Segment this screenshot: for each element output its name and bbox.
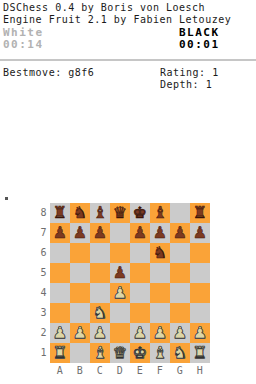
piece-white-pawn: ♟ <box>113 283 127 303</box>
piece-white-knight: ♞ <box>173 343 187 363</box>
square-b8[interactable]: ♞ <box>70 203 90 223</box>
square-g8[interactable] <box>170 203 190 223</box>
square-a4[interactable] <box>50 283 70 303</box>
rating-label: Rating: <box>160 67 206 78</box>
square-a1[interactable]: ♜ <box>50 343 70 363</box>
square-d4[interactable]: ♟ <box>110 283 130 303</box>
piece-white-pawn: ♟ <box>73 323 87 343</box>
piece-black-queen: ♛ <box>113 203 127 223</box>
square-h2[interactable]: ♟ <box>190 323 210 343</box>
square-b2[interactable]: ♟ <box>70 323 90 343</box>
square-g6[interactable] <box>170 243 190 263</box>
square-c5[interactable] <box>90 263 110 283</box>
square-c7[interactable]: ♟ <box>90 223 110 243</box>
square-e5[interactable] <box>130 263 150 283</box>
square-g1[interactable]: ♞ <box>170 343 190 363</box>
square-e7[interactable]: ♟ <box>130 223 150 243</box>
square-g2[interactable]: ♟ <box>170 323 190 343</box>
square-f2[interactable]: ♟ <box>150 323 170 343</box>
dschess-screen: DSChess 0.4 by Boris von Loesch Engine F… <box>0 0 256 384</box>
piece-white-rook: ♜ <box>53 343 67 363</box>
square-a3[interactable] <box>50 303 70 323</box>
piece-black-rook: ♜ <box>53 203 67 223</box>
square-f8[interactable]: ♝ <box>150 203 170 223</box>
depth-label: Depth: <box>160 79 199 90</box>
square-e1[interactable]: ♚ <box>130 343 150 363</box>
square-e6[interactable] <box>130 243 150 263</box>
rating-value: 1 <box>212 67 219 78</box>
square-c3[interactable]: ♞ <box>90 303 110 323</box>
square-f5[interactable] <box>150 263 170 283</box>
bestmove-row: Bestmove: g8f6 <box>3 67 94 78</box>
square-f3[interactable] <box>150 303 170 323</box>
bestmove-value: g8f6 <box>68 67 94 78</box>
piece-white-bishop: ♝ <box>93 343 107 363</box>
rank-label-7: 7 <box>34 223 47 243</box>
piece-white-queen: ♛ <box>113 343 127 363</box>
square-d1[interactable]: ♛ <box>110 343 130 363</box>
square-d2[interactable] <box>110 323 130 343</box>
file-label-c: C <box>90 365 110 377</box>
piece-black-pawn: ♟ <box>53 223 67 243</box>
square-h8[interactable]: ♜ <box>190 203 210 223</box>
file-label-f: F <box>150 365 170 377</box>
piece-white-pawn: ♟ <box>153 323 167 343</box>
square-e3[interactable] <box>130 303 150 323</box>
rank-label-6: 6 <box>34 243 47 263</box>
piece-white-pawn: ♟ <box>193 323 207 343</box>
square-d5[interactable]: ♟ <box>110 263 130 283</box>
piece-black-pawn: ♟ <box>133 223 147 243</box>
square-c8[interactable]: ♝ <box>90 203 110 223</box>
rank-label-1: 1 <box>34 343 47 363</box>
divider-line <box>0 59 256 61</box>
piece-white-bishop: ♝ <box>153 343 167 363</box>
square-b7[interactable]: ♟ <box>70 223 90 243</box>
square-g5[interactable] <box>170 263 190 283</box>
square-d6[interactable] <box>110 243 130 263</box>
piece-black-pawn: ♟ <box>113 263 127 283</box>
square-h7[interactable]: ♟ <box>190 223 210 243</box>
square-e8[interactable]: ♚ <box>130 203 150 223</box>
square-a5[interactable] <box>50 263 70 283</box>
piece-black-knight: ♞ <box>73 203 87 223</box>
square-c1[interactable]: ♝ <box>90 343 110 363</box>
square-h6[interactable] <box>190 243 210 263</box>
file-label-e: E <box>130 365 150 377</box>
file-label-h: H <box>190 365 210 377</box>
square-d8[interactable]: ♛ <box>110 203 130 223</box>
piece-black-pawn: ♟ <box>153 223 167 243</box>
square-e4[interactable] <box>130 283 150 303</box>
square-g7[interactable]: ♟ <box>170 223 190 243</box>
square-b4[interactable] <box>70 283 90 303</box>
piece-white-pawn: ♟ <box>173 323 187 343</box>
square-b3[interactable] <box>70 303 90 323</box>
piece-black-pawn: ♟ <box>173 223 187 243</box>
file-label-d: D <box>110 365 130 377</box>
piece-white-pawn: ♟ <box>93 323 107 343</box>
square-b1[interactable] <box>70 343 90 363</box>
square-h1[interactable]: ♜ <box>190 343 210 363</box>
square-h3[interactable] <box>190 303 210 323</box>
square-f1[interactable]: ♝ <box>150 343 170 363</box>
piece-white-pawn: ♟ <box>53 323 67 343</box>
black-clock-time: 00:01 <box>179 38 220 51</box>
piece-black-pawn: ♟ <box>73 223 87 243</box>
square-d7[interactable] <box>110 223 130 243</box>
square-f7[interactable]: ♟ <box>150 223 170 243</box>
rating-row: Rating: 1 <box>160 67 219 78</box>
file-label-a: A <box>50 365 70 377</box>
square-e2[interactable]: ♟ <box>130 323 150 343</box>
piece-white-king: ♚ <box>133 343 147 363</box>
rank-label-2: 2 <box>34 323 47 343</box>
square-a6[interactable] <box>50 243 70 263</box>
depth-value: 1 <box>206 79 213 90</box>
white-clock-time: 00:14 <box>3 38 44 51</box>
square-g4[interactable] <box>170 283 190 303</box>
square-b5[interactable] <box>70 263 90 283</box>
bestmove-label: Bestmove: <box>3 67 62 78</box>
square-h5[interactable] <box>190 263 210 283</box>
piece-black-knight: ♞ <box>153 243 167 263</box>
square-a8[interactable]: ♜ <box>50 203 70 223</box>
chess-board[interactable]: ♜♞♝♛♚♝♜♟♟♟♟♟♟♟♞♟♟♞♟♟♟♟♟♟♟♜♝♛♚♝♞♜ <box>50 203 210 363</box>
square-h4[interactable] <box>190 283 210 303</box>
square-b6[interactable] <box>70 243 90 263</box>
rank-label-5: 5 <box>34 263 47 283</box>
square-g3[interactable] <box>170 303 190 323</box>
piece-black-king: ♚ <box>133 203 147 223</box>
file-label-b: B <box>70 365 90 377</box>
piece-black-rook: ♜ <box>193 203 207 223</box>
piece-white-knight: ♞ <box>93 303 107 323</box>
piece-black-bishop: ♝ <box>153 203 167 223</box>
rank-label-8: 8 <box>34 203 47 223</box>
square-c6[interactable] <box>90 243 110 263</box>
app-title: DSChess 0.4 by Boris von Loesch <box>3 2 205 13</box>
rank-label-3: 3 <box>34 303 47 323</box>
piece-black-bishop: ♝ <box>93 203 107 223</box>
rank-label-4: 4 <box>34 283 47 303</box>
square-a7[interactable]: ♟ <box>50 223 70 243</box>
depth-row: Depth: 1 <box>160 79 212 90</box>
piece-white-rook: ♜ <box>193 343 207 363</box>
square-a2[interactable]: ♟ <box>50 323 70 343</box>
file-label-g: G <box>170 365 190 377</box>
piece-white-pawn: ♟ <box>133 323 147 343</box>
square-d3[interactable] <box>110 303 130 323</box>
engine-credit: Engine Fruit 2.1 by Fabien Letouzey <box>3 14 231 25</box>
square-c2[interactable]: ♟ <box>90 323 110 343</box>
square-f6[interactable]: ♞ <box>150 243 170 263</box>
piece-black-pawn: ♟ <box>93 223 107 243</box>
cursor-dot <box>5 197 8 200</box>
square-c4[interactable] <box>90 283 110 303</box>
square-f4[interactable] <box>150 283 170 303</box>
piece-black-pawn: ♟ <box>193 223 207 243</box>
